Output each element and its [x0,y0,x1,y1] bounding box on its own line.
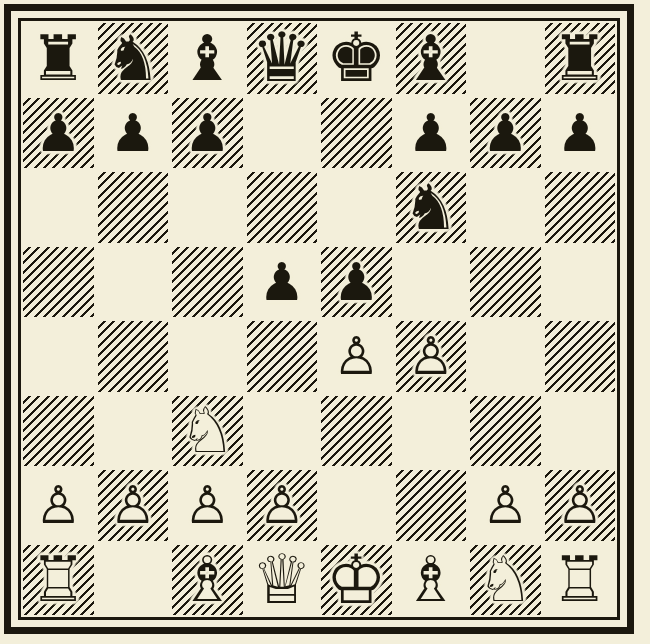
square-d3 [245,394,320,469]
square-a5 [21,245,96,320]
square-b4 [96,319,171,394]
piece-black-pawn: ♟ [245,245,320,320]
piece-white-bishop: ♗ [170,543,245,618]
square-a7: ♟ [21,96,96,171]
square-c1: ♝♗ [170,543,245,618]
square-f2 [394,468,469,543]
square-f6: ♞ [394,170,469,245]
square-b1 [96,543,171,618]
square-h7: ♟ [543,96,618,171]
square-a3 [21,394,96,469]
square-b5 [96,245,171,320]
square-g8 [468,21,543,96]
square-c8: ♝ [170,21,245,96]
square-g6 [468,170,543,245]
board-frame: ♜♞♝♛♚♝♜♟♟♟♟♟♟♞♟♟♟♙♟♙♞♘♟♙♟♙♟♙♟♙♟♙♟♙♜♖♝♗♛♕… [4,4,634,634]
square-e1: ♚♔ [319,543,394,618]
square-e4: ♟♙ [319,319,394,394]
square-f3 [394,394,469,469]
square-g2: ♟♙ [468,468,543,543]
square-d1: ♛♕ [245,543,320,618]
square-g4 [468,319,543,394]
square-d8: ♛ [245,21,320,96]
square-b8: ♞ [96,21,171,96]
square-g5 [468,245,543,320]
piece-white-pawn: ♙ [319,319,394,394]
square-c4 [170,319,245,394]
square-a8: ♜ [21,21,96,96]
piece-black-knight: ♞ [394,170,469,245]
square-a4 [21,319,96,394]
square-c2: ♟♙ [170,468,245,543]
square-h2: ♟♙ [543,468,618,543]
square-f4: ♟♙ [394,319,469,394]
square-e2 [319,468,394,543]
square-h5 [543,245,618,320]
square-a2: ♟♙ [21,468,96,543]
piece-black-pawn: ♟ [543,96,618,171]
square-a1: ♜♖ [21,543,96,618]
piece-black-rook: ♜ [543,21,618,96]
square-e3 [319,394,394,469]
square-h1: ♜♖ [543,543,618,618]
square-h6 [543,170,618,245]
piece-black-pawn: ♟ [319,245,394,320]
chess-board: ♜♞♝♛♚♝♜♟♟♟♟♟♟♞♟♟♟♙♟♙♞♘♟♙♟♙♟♙♟♙♟♙♟♙♜♖♝♗♛♕… [21,21,617,617]
piece-white-knight: ♘ [468,543,543,618]
board-inner-border: ♜♞♝♛♚♝♜♟♟♟♟♟♟♞♟♟♟♙♟♙♞♘♟♙♟♙♟♙♟♙♟♙♟♙♜♖♝♗♛♕… [18,18,620,620]
square-e7 [319,96,394,171]
piece-white-king: ♔ [319,543,394,618]
square-f5 [394,245,469,320]
piece-white-rook: ♖ [543,543,618,618]
piece-black-knight: ♞ [96,21,171,96]
piece-white-knight: ♘ [170,394,245,469]
piece-white-pawn: ♙ [394,319,469,394]
square-g1: ♞♘ [468,543,543,618]
square-b3 [96,394,171,469]
square-d4 [245,319,320,394]
piece-white-rook: ♖ [21,543,96,618]
square-c6 [170,170,245,245]
square-h3 [543,394,618,469]
square-g3 [468,394,543,469]
piece-black-bishop: ♝ [394,21,469,96]
piece-white-pawn: ♙ [21,468,96,543]
piece-white-pawn: ♙ [468,468,543,543]
square-h4 [543,319,618,394]
piece-black-bishop: ♝ [170,21,245,96]
square-c5 [170,245,245,320]
piece-black-king: ♚ [319,21,394,96]
square-e8: ♚ [319,21,394,96]
square-f1: ♝♗ [394,543,469,618]
square-b7: ♟ [96,96,171,171]
square-c3: ♞♘ [170,394,245,469]
piece-black-pawn: ♟ [170,96,245,171]
piece-black-pawn: ♟ [468,96,543,171]
square-f8: ♝ [394,21,469,96]
piece-white-bishop: ♗ [394,543,469,618]
piece-black-queen: ♛ [245,21,320,96]
piece-white-pawn: ♙ [245,468,320,543]
piece-black-rook: ♜ [21,21,96,96]
square-d5: ♟ [245,245,320,320]
square-a6 [21,170,96,245]
square-g7: ♟ [468,96,543,171]
square-b6 [96,170,171,245]
square-e5: ♟ [319,245,394,320]
piece-black-pawn: ♟ [21,96,96,171]
square-d2: ♟♙ [245,468,320,543]
piece-black-pawn: ♟ [394,96,469,171]
square-d7 [245,96,320,171]
square-h8: ♜ [543,21,618,96]
square-f7: ♟ [394,96,469,171]
piece-black-pawn: ♟ [96,96,171,171]
piece-white-pawn: ♙ [543,468,618,543]
square-c7: ♟ [170,96,245,171]
piece-white-queen: ♕ [245,543,320,618]
square-d6 [245,170,320,245]
square-e6 [319,170,394,245]
piece-white-pawn: ♙ [96,468,171,543]
square-b2: ♟♙ [96,468,171,543]
piece-white-pawn: ♙ [170,468,245,543]
